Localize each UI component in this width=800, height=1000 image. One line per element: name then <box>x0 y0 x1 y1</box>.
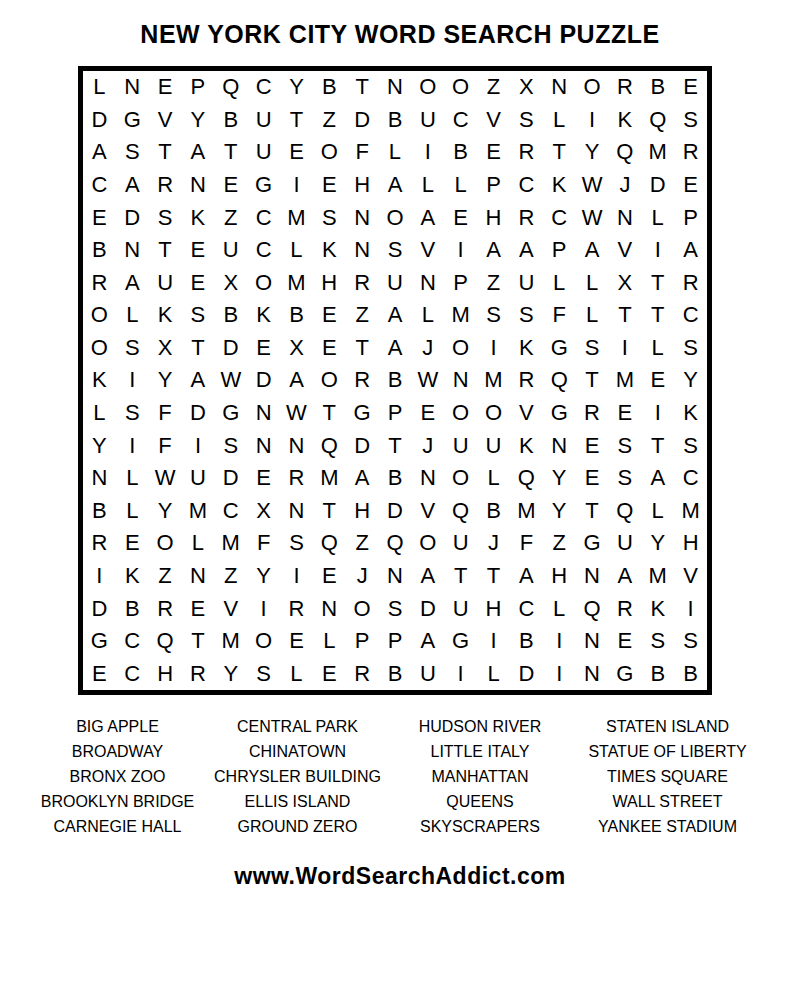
grid-cell: I <box>576 104 609 137</box>
grid-cell: T <box>477 560 510 593</box>
grid-cell: H <box>477 592 510 625</box>
grid-cell: B <box>83 495 116 528</box>
word-list-item: BROOKLYN BRIDGE <box>30 789 205 814</box>
grid-cell: I <box>247 592 280 625</box>
grid-cell: R <box>149 592 182 625</box>
grid-cell: G <box>116 104 149 137</box>
grid-cell: S <box>214 429 247 462</box>
grid-cell: I <box>477 625 510 658</box>
grid-cell: S <box>608 429 641 462</box>
grid-cell: H <box>477 201 510 234</box>
grid-cell: B <box>379 364 412 397</box>
grid-cell: I <box>280 560 313 593</box>
grid-cell: T <box>182 625 215 658</box>
grid-cell: R <box>149 169 182 202</box>
grid-cell: K <box>182 201 215 234</box>
grid-cell: V <box>411 495 444 528</box>
grid-cell: O <box>444 397 477 430</box>
grid-cell: U <box>214 234 247 267</box>
grid-cell: C <box>444 104 477 137</box>
grid-cell: H <box>346 169 379 202</box>
word-list-item: GROUND ZERO <box>205 814 390 839</box>
grid-cell: M <box>674 495 707 528</box>
grid-cell: B <box>83 234 116 267</box>
grid-cell: I <box>116 364 149 397</box>
grid-cell: D <box>346 429 379 462</box>
grid-cell: N <box>247 429 280 462</box>
word-list-item: MANHATTAN <box>390 764 570 789</box>
grid-cell: X <box>247 495 280 528</box>
grid-cell: O <box>444 462 477 495</box>
grid-cell: R <box>674 136 707 169</box>
word-list-item: LITTLE ITALY <box>390 739 570 764</box>
grid-cell: V <box>411 234 444 267</box>
grid-cell: L <box>411 299 444 332</box>
grid-cell: E <box>280 136 313 169</box>
grid-cell: E <box>182 266 215 299</box>
word-list-item: CARNEGIE HALL <box>30 814 205 839</box>
grid-cell: W <box>280 397 313 430</box>
grid-cell: P <box>444 266 477 299</box>
grid-cell: Z <box>346 527 379 560</box>
grid-cell: H <box>149 657 182 690</box>
grid-cell: R <box>510 364 543 397</box>
grid-cell: R <box>346 657 379 690</box>
grid-cell: A <box>510 560 543 593</box>
grid-cell: O <box>379 201 412 234</box>
grid-cell: N <box>280 495 313 528</box>
grid-cell: C <box>83 169 116 202</box>
grid-cell: S <box>674 625 707 658</box>
grid-cell: L <box>280 657 313 690</box>
grid-cell: B <box>379 462 412 495</box>
grid-cell: Y <box>83 429 116 462</box>
grid-cell: A <box>674 234 707 267</box>
grid-cell: N <box>379 560 412 593</box>
grid-cell: D <box>182 397 215 430</box>
grid-cell: L <box>576 299 609 332</box>
grid-cell: V <box>510 397 543 430</box>
grid-cell: T <box>543 136 576 169</box>
grid-cell: U <box>379 266 412 299</box>
grid-cell: K <box>510 332 543 365</box>
grid-cell: I <box>411 136 444 169</box>
grid-cell: T <box>346 71 379 104</box>
grid-cell: E <box>313 657 346 690</box>
grid-cell: T <box>576 364 609 397</box>
grid-cell: T <box>149 234 182 267</box>
grid-cell: K <box>641 592 674 625</box>
grid-cell: U <box>444 429 477 462</box>
grid-cell: I <box>477 332 510 365</box>
grid-cell: T <box>149 136 182 169</box>
grid-cell: A <box>576 234 609 267</box>
grid-cell: N <box>83 462 116 495</box>
grid-cell: T <box>280 104 313 137</box>
grid-cell: O <box>444 71 477 104</box>
grid-cell: Q <box>313 429 346 462</box>
grid-cell: G <box>214 397 247 430</box>
grid-cell: N <box>346 234 379 267</box>
word-list-column: BIG APPLEBROADWAYBRONX ZOOBROOKLYN BRIDG… <box>30 714 205 839</box>
word-search-page: NEW YORK CITY WORD SEARCH PUZZLE LNEPQCY… <box>0 0 800 1000</box>
grid-cell: V <box>477 104 510 137</box>
grid-cell: K <box>543 169 576 202</box>
word-list-column: CENTRAL PARKCHINATOWNCHRYSLER BUILDINGEL… <box>205 714 390 839</box>
grid-cell: U <box>247 136 280 169</box>
grid-cell: L <box>313 625 346 658</box>
word-list-item: WALL STREET <box>570 789 765 814</box>
grid-cell: Y <box>576 136 609 169</box>
grid-cell: E <box>214 169 247 202</box>
grid-cell: G <box>444 625 477 658</box>
grid-cell: E <box>641 364 674 397</box>
grid-cell: E <box>247 462 280 495</box>
grid-cell: D <box>346 104 379 137</box>
word-list-item: BIG APPLE <box>30 714 205 739</box>
grid-cell: N <box>444 364 477 397</box>
grid-cell: C <box>674 299 707 332</box>
grid-cell: F <box>149 397 182 430</box>
grid-cell: N <box>280 429 313 462</box>
grid-cell: G <box>83 625 116 658</box>
grid-cell: D <box>379 495 412 528</box>
grid-cell: C <box>214 495 247 528</box>
grid-cell: E <box>313 299 346 332</box>
grid-cell: E <box>576 462 609 495</box>
grid-cell: A <box>641 462 674 495</box>
grid-cell: R <box>346 266 379 299</box>
grid-cell: S <box>674 429 707 462</box>
grid-cell: T <box>444 560 477 593</box>
word-list-item: ELLIS ISLAND <box>205 789 390 814</box>
word-list-item: HUDSON RIVER <box>390 714 570 739</box>
grid-cell: R <box>608 71 641 104</box>
grid-cell: V <box>608 234 641 267</box>
grid-cell: B <box>116 592 149 625</box>
grid-cell: L <box>444 169 477 202</box>
grid-cell: S <box>674 332 707 365</box>
grid-cell: E <box>247 332 280 365</box>
grid-cell: E <box>576 429 609 462</box>
grid-cell: K <box>510 429 543 462</box>
word-list-item: TIMES SQUARE <box>570 764 765 789</box>
grid-cell: Q <box>608 136 641 169</box>
grid-cell: T <box>182 332 215 365</box>
grid-cell: K <box>83 364 116 397</box>
grid-cell: Q <box>379 527 412 560</box>
grid-cell: A <box>182 364 215 397</box>
grid-cell: Y <box>182 104 215 137</box>
grid-cell: X <box>280 332 313 365</box>
grid-cell: L <box>116 495 149 528</box>
grid-cell: F <box>543 299 576 332</box>
grid-cell: C <box>543 201 576 234</box>
grid-cell: T <box>608 299 641 332</box>
grid-cell: S <box>641 625 674 658</box>
grid-cell: M <box>280 266 313 299</box>
word-list-item: CENTRAL PARK <box>205 714 390 739</box>
grid-cell: S <box>280 527 313 560</box>
grid-cell: Z <box>149 560 182 593</box>
grid-cell: Z <box>313 104 346 137</box>
grid-cell: I <box>543 625 576 658</box>
grid-cell: I <box>444 657 477 690</box>
grid-cell: E <box>182 234 215 267</box>
grid-cell: G <box>543 397 576 430</box>
grid-cell: L <box>116 462 149 495</box>
grid-cell: B <box>313 71 346 104</box>
grid-cell: N <box>116 71 149 104</box>
word-list-column: HUDSON RIVERLITTLE ITALYMANHATTANQUEENSS… <box>390 714 570 839</box>
grid-cell: I <box>641 234 674 267</box>
grid-cell: A <box>83 136 116 169</box>
grid-cell: O <box>247 266 280 299</box>
grid-cell: R <box>510 201 543 234</box>
grid-cell: G <box>608 657 641 690</box>
grid-cell: R <box>83 266 116 299</box>
grid-cell: T <box>313 495 346 528</box>
grid-cell: C <box>247 71 280 104</box>
grid-cell: U <box>182 462 215 495</box>
grid-cell: J <box>411 332 444 365</box>
grid-cell: N <box>116 234 149 267</box>
grid-cell: X <box>149 332 182 365</box>
grid-cell: X <box>214 266 247 299</box>
grid-cell: L <box>83 397 116 430</box>
grid-cell: E <box>674 71 707 104</box>
grid-cell: L <box>182 527 215 560</box>
grid-cell: R <box>280 462 313 495</box>
grid-cell: A <box>116 266 149 299</box>
grid-cell: S <box>674 104 707 137</box>
grid-cell: M <box>608 364 641 397</box>
grid-cell: L <box>641 332 674 365</box>
grid-cell: P <box>543 234 576 267</box>
grid-cell: N <box>608 201 641 234</box>
grid-cell: B <box>379 104 412 137</box>
grid-cell: L <box>576 266 609 299</box>
grid-cell: D <box>83 104 116 137</box>
grid-cell: J <box>477 527 510 560</box>
word-search-grid: LNEPQCYBTNOOZXNORBEDGVYBUTZDBUCVSLIKQSAS… <box>78 66 712 695</box>
grid-cell: D <box>214 462 247 495</box>
word-list-item: BRONX ZOO <box>30 764 205 789</box>
grid-cell: I <box>83 560 116 593</box>
grid-cell: A <box>411 201 444 234</box>
grid-cell: I <box>608 332 641 365</box>
grid-cell: E <box>313 169 346 202</box>
grid-cell: I <box>543 657 576 690</box>
grid-cell: P <box>379 397 412 430</box>
word-list-item: CHINATOWN <box>205 739 390 764</box>
grid-cell: O <box>313 364 346 397</box>
grid-cell: E <box>674 169 707 202</box>
grid-cell: L <box>411 169 444 202</box>
grid-cell: R <box>576 397 609 430</box>
grid-cell: O <box>477 397 510 430</box>
grid-cell: N <box>543 429 576 462</box>
grid-cell: S <box>510 104 543 137</box>
grid-cell: T <box>379 429 412 462</box>
word-list-item: QUEENS <box>390 789 570 814</box>
grid-cell: T <box>641 429 674 462</box>
grid-cell: U <box>411 104 444 137</box>
grid-cell: O <box>149 527 182 560</box>
grid-cell: Q <box>576 592 609 625</box>
grid-cell: L <box>641 495 674 528</box>
grid-cell: H <box>674 527 707 560</box>
grid-cell: O <box>346 592 379 625</box>
grid-cell: U <box>444 592 477 625</box>
grid-cell: H <box>313 266 346 299</box>
grid-cell: A <box>379 169 412 202</box>
grid-cell: Q <box>510 462 543 495</box>
grid-cell: N <box>543 71 576 104</box>
grid-cell: Y <box>280 71 313 104</box>
grid-cell: Q <box>149 625 182 658</box>
grid-cell: H <box>346 495 379 528</box>
grid-cell: U <box>411 657 444 690</box>
grid-cell: Y <box>641 527 674 560</box>
word-list-item: YANKEE STADIUM <box>570 814 765 839</box>
grid-cell: B <box>214 299 247 332</box>
grid-cell: A <box>411 625 444 658</box>
grid-cell: N <box>576 625 609 658</box>
grid-cell: B <box>444 136 477 169</box>
grid-cell: M <box>641 136 674 169</box>
grid-cell: R <box>280 592 313 625</box>
grid-cell: D <box>247 364 280 397</box>
grid-cell: I <box>674 592 707 625</box>
grid-cell: E <box>280 625 313 658</box>
page-title: NEW YORK CITY WORD SEARCH PUZZLE <box>0 20 800 49</box>
grid-cell: N <box>576 560 609 593</box>
grid-cell: D <box>214 332 247 365</box>
grid-cell: O <box>411 527 444 560</box>
grid-cell: K <box>149 299 182 332</box>
grid-cell: R <box>674 266 707 299</box>
grid-cell: S <box>608 462 641 495</box>
grid-cell: D <box>83 592 116 625</box>
grid-cell: Z <box>543 527 576 560</box>
grid-cell: S <box>182 299 215 332</box>
grid-cell: U <box>608 527 641 560</box>
grid-cell: O <box>444 332 477 365</box>
grid-cell: Y <box>543 495 576 528</box>
grid-cell: Y <box>149 495 182 528</box>
grid-cell: A <box>608 560 641 593</box>
grid-cell: Y <box>674 364 707 397</box>
grid-cell: Y <box>543 462 576 495</box>
grid-cell: T <box>313 397 346 430</box>
grid-cell: X <box>510 71 543 104</box>
grid-cell: L <box>379 136 412 169</box>
grid-cell: M <box>280 201 313 234</box>
grid-cell: O <box>247 625 280 658</box>
grid-cell: I <box>641 397 674 430</box>
grid-cell: S <box>379 592 412 625</box>
word-list-item: SKYSCRAPERS <box>390 814 570 839</box>
grid-cell: V <box>214 592 247 625</box>
grid-cell: M <box>214 625 247 658</box>
grid-cell: B <box>477 495 510 528</box>
grid-cell: L <box>116 299 149 332</box>
grid-cell: E <box>608 397 641 430</box>
grid-cell: T <box>346 332 379 365</box>
grid-cell: O <box>313 136 346 169</box>
grid-cell: B <box>280 299 313 332</box>
word-list-item: STATUE OF LIBERTY <box>570 739 765 764</box>
word-list: BIG APPLEBROADWAYBRONX ZOOBROOKLYN BRIDG… <box>30 714 765 839</box>
grid-cell: Q <box>214 71 247 104</box>
grid-cell: W <box>576 201 609 234</box>
grid-cell: E <box>83 201 116 234</box>
grid-cell: F <box>247 527 280 560</box>
grid-cell: G <box>576 527 609 560</box>
grid-cell: E <box>149 71 182 104</box>
grid-cell: S <box>116 332 149 365</box>
grid-cell: D <box>411 592 444 625</box>
grid-cell: J <box>608 169 641 202</box>
grid-cell: D <box>116 201 149 234</box>
grid-cell: C <box>116 625 149 658</box>
grid-cell: E <box>116 527 149 560</box>
grid-cell: F <box>510 527 543 560</box>
grid-cell: Q <box>543 364 576 397</box>
grid-cell: W <box>214 364 247 397</box>
grid-cell: K <box>313 234 346 267</box>
grid-cell: W <box>576 169 609 202</box>
grid-cell: B <box>641 657 674 690</box>
grid-cell: I <box>280 169 313 202</box>
grid-cell: S <box>510 299 543 332</box>
grid-cell: R <box>608 592 641 625</box>
grid-cell: T <box>576 495 609 528</box>
grid-cell: N <box>379 71 412 104</box>
grid-cell: C <box>247 234 280 267</box>
grid-cell: Z <box>477 266 510 299</box>
grid-cell: Z <box>477 71 510 104</box>
grid-cell: B <box>674 657 707 690</box>
grid-cell: M <box>444 299 477 332</box>
grid-cell: S <box>379 234 412 267</box>
grid-cell: A <box>510 234 543 267</box>
grid-cell: A <box>280 364 313 397</box>
grid-cell: A <box>477 234 510 267</box>
grid-cell: D <box>510 657 543 690</box>
grid-cell: U <box>477 429 510 462</box>
grid-cell: E <box>411 397 444 430</box>
grid-cell: G <box>247 169 280 202</box>
grid-cell: N <box>346 201 379 234</box>
grid-cell: M <box>641 560 674 593</box>
grid-cell: N <box>182 169 215 202</box>
grid-cell: U <box>149 266 182 299</box>
grid-cell: I <box>116 429 149 462</box>
grid-cell: B <box>214 104 247 137</box>
grid-cell: T <box>641 299 674 332</box>
grid-cell: G <box>543 332 576 365</box>
grid-cell: T <box>214 136 247 169</box>
grid-cell: K <box>674 397 707 430</box>
grid-cell: H <box>543 560 576 593</box>
grid-cell: O <box>83 332 116 365</box>
grid-cell: I <box>182 429 215 462</box>
grid-cell: N <box>313 592 346 625</box>
grid-cell: K <box>608 104 641 137</box>
grid-cell: C <box>247 201 280 234</box>
